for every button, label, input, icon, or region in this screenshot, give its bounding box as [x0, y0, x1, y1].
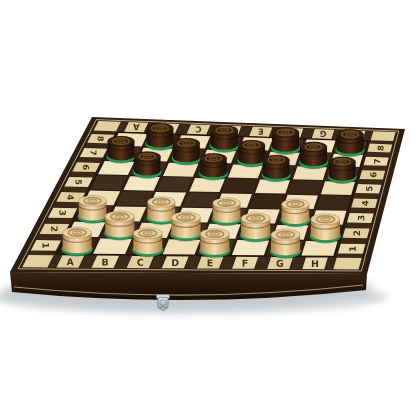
rank-label-8-right: 8 — [376, 145, 386, 151]
square-d5 — [189, 178, 225, 192]
piece-dark-c7 — [170, 138, 202, 165]
file-label-E-top: E — [258, 127, 264, 137]
trim-corner-cell — [333, 258, 361, 270]
rank-label-1-right: 1 — [348, 246, 358, 252]
trim-dark-cell — [77, 157, 102, 162]
trim-dark-cell — [345, 223, 371, 228]
trim-corner-cell — [371, 131, 396, 141]
file-label-E-bottom: E — [207, 257, 214, 268]
file-label-F-bottom: F — [242, 258, 249, 269]
rank-label-3-left: 3 — [57, 210, 67, 216]
trim-dark-cell — [69, 172, 95, 177]
piece-light-g1 — [268, 229, 302, 259]
piece-dark-d8 — [208, 125, 240, 153]
piece-light-b2 — [103, 211, 137, 241]
rank-label-7-right: 7 — [372, 158, 382, 164]
piece-light-h2 — [308, 214, 342, 244]
rank-label-4-left: 4 — [65, 194, 75, 200]
file-label-H-bottom: H — [311, 258, 319, 269]
square-h4 — [316, 196, 351, 210]
rank-label-8-left: 8 — [96, 136, 106, 142]
piece-dark-d6 — [198, 153, 229, 180]
square-d1 — [163, 239, 201, 254]
clasp — [157, 295, 170, 311]
piece-light-c1 — [131, 228, 165, 258]
file-label-A-bottom: A — [67, 256, 75, 267]
piece-dark-g7 — [298, 142, 330, 169]
piece-light-g3 — [279, 199, 312, 227]
piece-light-f2 — [238, 213, 272, 243]
piece-dark-b8 — [144, 123, 176, 151]
file-label-C-bottom: C — [137, 257, 144, 268]
file-label-G-top: G — [319, 129, 326, 139]
trim-dark-cell — [45, 218, 72, 224]
piece-dark-b6 — [132, 152, 163, 179]
rank-label-6-right: 6 — [368, 172, 378, 178]
rank-label-3-right: 3 — [356, 215, 366, 221]
trim-dark-cell — [37, 234, 64, 240]
file-label-A-top: A — [132, 122, 139, 132]
piece-dark-f6 — [260, 155, 291, 182]
rank-label-5-left: 5 — [73, 179, 83, 185]
trim-dark-cell — [362, 165, 386, 170]
trim-dark-cell — [350, 208, 375, 213]
square-f4 — [250, 194, 285, 208]
file-label-C-top: C — [195, 124, 202, 134]
trim-dark-cell — [354, 193, 379, 198]
board-photo-scene: AA88BB77CC66DD55EE44FF33GG22HH11 — [0, 0, 416, 416]
piece-dark-a7 — [105, 136, 137, 163]
file-label-G-bottom: G — [276, 258, 284, 269]
piece-light-e1 — [198, 228, 232, 258]
piece-light-e3 — [210, 198, 243, 226]
square-c5 — [156, 177, 192, 191]
trim-dark-cell — [341, 238, 367, 243]
rank-label-7-left: 7 — [88, 150, 98, 156]
piece-dark-e7 — [236, 140, 268, 167]
file-label-D-bottom: D — [171, 257, 179, 268]
file-label-B-bottom: B — [102, 257, 109, 268]
trim-dark-cell — [358, 179, 383, 184]
rank-label-4-right: 4 — [360, 200, 370, 206]
rank-label-2-right: 2 — [352, 230, 362, 236]
trim-dark-cell — [62, 187, 88, 192]
piece-dark-h8 — [334, 129, 366, 157]
rank-label-5-right: 5 — [364, 186, 374, 192]
square-g5 — [288, 180, 322, 194]
rank-label-6-left: 6 — [81, 164, 91, 170]
rank-label-2-left: 2 — [49, 226, 59, 232]
piece-light-d2 — [169, 212, 203, 242]
trim-dark-cell — [366, 152, 390, 157]
trim-dark-cell — [85, 143, 110, 148]
rank-label-1-left: 1 — [41, 242, 51, 248]
trim-dark-cell — [53, 202, 80, 208]
square-e5 — [222, 179, 257, 193]
piece-light-a3 — [76, 196, 109, 224]
piece-dark-f8 — [270, 127, 302, 155]
piece-light-a1 — [60, 227, 94, 257]
piece-dark-h6 — [327, 157, 358, 184]
